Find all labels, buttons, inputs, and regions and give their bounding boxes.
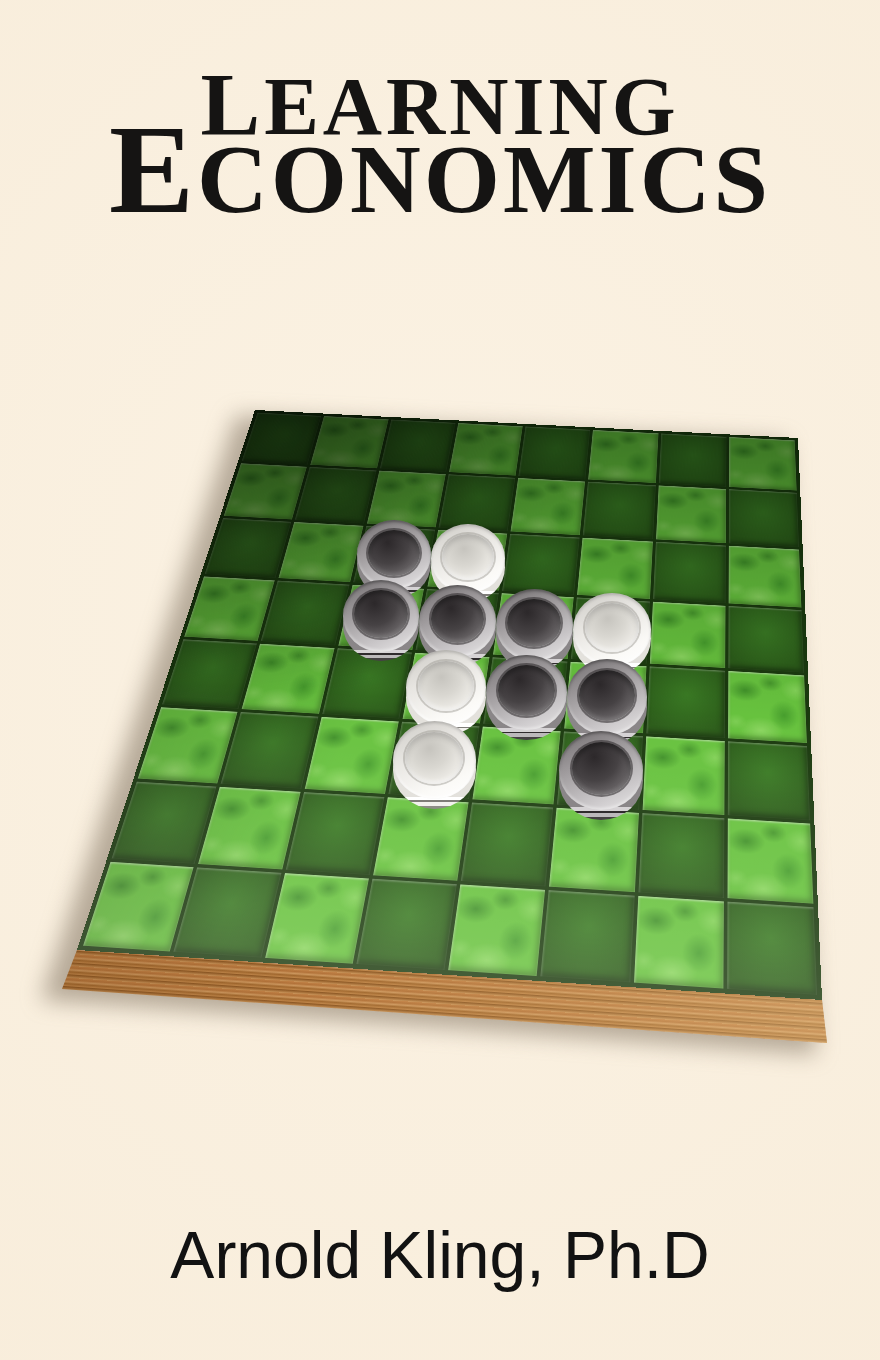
board-square-f4 — [571, 597, 649, 663]
board-square-a3 — [205, 518, 292, 578]
author-name: Arnold Kling, Ph.D — [0, 1222, 880, 1288]
board-square-h8 — [727, 901, 817, 994]
board-square-b6 — [221, 712, 318, 788]
board-square-h2 — [729, 489, 799, 547]
board-square-c4 — [338, 585, 424, 650]
board-square-d5 — [402, 653, 489, 724]
board-square-b5 — [242, 644, 334, 714]
board-square-f1 — [588, 430, 658, 483]
board-square-g3 — [653, 541, 726, 603]
board-square-e6 — [472, 727, 560, 804]
board-square-c3 — [353, 526, 435, 587]
board-square-b2 — [295, 467, 376, 523]
board-square-g2 — [656, 486, 726, 543]
board-square-h3 — [728, 545, 801, 607]
board-square-e7 — [461, 802, 554, 886]
board-square-g4 — [649, 602, 725, 669]
board-square-e8 — [448, 884, 545, 976]
board-square-c8 — [265, 873, 369, 964]
board-square-h1 — [729, 437, 797, 491]
board-square-e1 — [518, 426, 590, 479]
board-square-a6 — [138, 707, 238, 783]
board-square-a1 — [242, 413, 322, 465]
board-square-c7 — [285, 792, 384, 875]
board-square-d3 — [427, 530, 507, 591]
board-square-c5 — [322, 648, 412, 719]
board-square-f5 — [564, 662, 646, 734]
board-square-b7 — [198, 786, 300, 869]
board-square-d8 — [356, 879, 457, 970]
board-square-g7 — [638, 813, 724, 898]
board-square-c2 — [367, 471, 446, 527]
board-square-h6 — [728, 741, 810, 819]
board-square-b3 — [279, 522, 364, 582]
board-square-c1 — [379, 420, 455, 473]
board-square-h7 — [727, 818, 813, 903]
board-square-e4 — [493, 593, 574, 659]
board-square-a2 — [224, 463, 307, 519]
board-square-c6 — [304, 717, 398, 793]
board-square-d6 — [388, 722, 479, 799]
board-square-b1 — [310, 416, 388, 468]
board-square-b4 — [261, 580, 349, 645]
board-square-d7 — [373, 797, 469, 881]
board-square-f2 — [583, 482, 656, 539]
board-square-f7 — [549, 807, 638, 892]
board-square-e3 — [502, 533, 580, 594]
board-square-h5 — [728, 671, 807, 743]
board-square-e2 — [511, 478, 586, 535]
board-square-d1 — [449, 423, 523, 476]
board-square-f6 — [557, 732, 642, 810]
board-square-h4 — [728, 606, 804, 673]
board-square-g8 — [634, 896, 724, 989]
board-square-g5 — [646, 666, 725, 738]
board-square-g1 — [658, 433, 726, 486]
board-square-d4 — [415, 589, 498, 655]
board-square-g6 — [642, 737, 724, 815]
board-square-f8 — [541, 890, 635, 982]
board-square-a4 — [184, 576, 275, 641]
board-square-e5 — [483, 657, 567, 728]
book-cover: LEARNING ECONOMICS Arnold Kling, Ph.D — [0, 0, 880, 1360]
board-square-d2 — [438, 474, 515, 531]
board-square-a5 — [162, 639, 257, 709]
board-square-f3 — [577, 537, 652, 598]
